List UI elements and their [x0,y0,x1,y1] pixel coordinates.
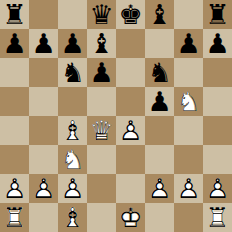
white-bishop-outline-glyph: ♗ [58,116,87,145]
white-pawn-fill-glyph: ♟ [58,174,87,203]
square-d1[interactable] [87,203,116,232]
square-c4[interactable]: ♝♗ [58,116,87,145]
white-pawn-b2: ♟♙ [29,174,58,203]
white-queen-outline-glyph: ♕ [87,116,116,145]
black-pawn-fill-glyph: ♟ [0,29,29,58]
black-pawn-fill-glyph: ♟ [29,29,58,58]
square-d7[interactable]: ♝ [87,29,116,58]
square-h5[interactable] [203,87,232,116]
square-g7[interactable]: ♟ [174,29,203,58]
square-g8[interactable] [174,0,203,29]
white-rook-h1: ♜♖ [203,203,232,232]
square-b1[interactable] [29,203,58,232]
white-pawn-outline-glyph: ♙ [116,116,145,145]
square-g3[interactable] [174,145,203,174]
square-d5[interactable] [87,87,116,116]
black-pawn-fill-glyph: ♟ [174,29,203,58]
square-b8[interactable] [29,0,58,29]
square-h8[interactable]: ♜ [203,0,232,29]
white-pawn-fill-glyph: ♟ [145,174,174,203]
black-queen-fill-glyph: ♛ [87,0,116,29]
square-e4[interactable]: ♟♙ [116,116,145,145]
square-g5[interactable]: ♞♘ [174,87,203,116]
square-b4[interactable] [29,116,58,145]
white-pawn-fill-glyph: ♟ [174,174,203,203]
square-f5[interactable]: ♟ [145,87,174,116]
black-pawn-fill-glyph: ♟ [87,58,116,87]
square-a1[interactable]: ♜♖ [0,203,29,232]
square-f1[interactable] [145,203,174,232]
square-a8[interactable]: ♜ [0,0,29,29]
black-pawn-fill-glyph: ♟ [203,29,232,58]
square-c1[interactable]: ♝♗ [58,203,87,232]
white-knight-fill-glyph: ♞ [58,145,87,174]
white-rook-fill-glyph: ♜ [203,203,232,232]
square-f3[interactable] [145,145,174,174]
white-pawn-outline-glyph: ♙ [174,174,203,203]
white-pawn-outline-glyph: ♙ [0,174,29,203]
black-pawn-b7: ♟ [29,29,58,58]
black-pawn-d6: ♟ [87,58,116,87]
white-pawn-h2: ♟♙ [203,174,232,203]
white-knight-g5: ♞♘ [174,87,203,116]
square-a7[interactable]: ♟ [0,29,29,58]
square-d2[interactable] [87,174,116,203]
black-pawn-g7: ♟ [174,29,203,58]
square-a5[interactable] [0,87,29,116]
black-rook-fill-glyph: ♜ [203,0,232,29]
square-d3[interactable] [87,145,116,174]
white-bishop-c4: ♝♗ [58,116,87,145]
square-d6[interactable]: ♟ [87,58,116,87]
black-knight-fill-glyph: ♞ [58,58,87,87]
white-pawn-outline-glyph: ♙ [29,174,58,203]
white-rook-a1: ♜♖ [0,203,29,232]
white-rook-outline-glyph: ♖ [0,203,29,232]
white-pawn-outline-glyph: ♙ [145,174,174,203]
white-queen-fill-glyph: ♛ [87,116,116,145]
square-e5[interactable] [116,87,145,116]
black-rook-h8: ♜ [203,0,232,29]
white-pawn-fill-glyph: ♟ [203,174,232,203]
black-bishop-d7: ♝ [87,29,116,58]
white-pawn-outline-glyph: ♙ [203,174,232,203]
white-pawn-c2: ♟♙ [58,174,87,203]
square-h7[interactable]: ♟ [203,29,232,58]
white-pawn-fill-glyph: ♟ [0,174,29,203]
square-b5[interactable] [29,87,58,116]
black-king-e8: ♚ [116,0,145,29]
black-rook-a8: ♜ [0,0,29,29]
black-knight-c6: ♞ [58,58,87,87]
white-king-outline-glyph: ♔ [116,203,145,232]
black-pawn-fill-glyph: ♟ [58,29,87,58]
square-e6[interactable] [116,58,145,87]
square-d8[interactable]: ♛ [87,0,116,29]
square-c5[interactable] [58,87,87,116]
black-knight-f6: ♞ [145,58,174,87]
black-knight-fill-glyph: ♞ [145,58,174,87]
square-h4[interactable] [203,116,232,145]
square-e2[interactable] [116,174,145,203]
square-b6[interactable] [29,58,58,87]
white-knight-fill-glyph: ♞ [174,87,203,116]
white-pawn-outline-glyph: ♙ [58,174,87,203]
white-king-e1: ♚♔ [116,203,145,232]
square-e7[interactable] [116,29,145,58]
white-king-fill-glyph: ♚ [116,203,145,232]
square-g6[interactable] [174,58,203,87]
square-e8[interactable]: ♚ [116,0,145,29]
white-rook-outline-glyph: ♖ [203,203,232,232]
black-king-fill-glyph: ♚ [116,0,145,29]
chess-board: ♜♛♚♝♜♟♟♟♝♟♟♞♟♞♟♞♘♝♗♛♕♟♙♞♘♟♙♟♙♟♙♟♙♟♙♟♙♜♖♝… [0,0,232,232]
white-bishop-fill-glyph: ♝ [58,203,87,232]
black-bishop-fill-glyph: ♝ [87,29,116,58]
square-b3[interactable] [29,145,58,174]
white-knight-outline-glyph: ♘ [58,145,87,174]
square-b2[interactable]: ♟♙ [29,174,58,203]
square-c6[interactable]: ♞ [58,58,87,87]
black-pawn-c7: ♟ [58,29,87,58]
white-pawn-fill-glyph: ♟ [29,174,58,203]
square-f2[interactable]: ♟♙ [145,174,174,203]
black-pawn-fill-glyph: ♟ [145,87,174,116]
square-h3[interactable] [203,145,232,174]
white-pawn-f2: ♟♙ [145,174,174,203]
square-e3[interactable] [116,145,145,174]
black-bishop-fill-glyph: ♝ [145,0,174,29]
white-queen-d4: ♛♕ [87,116,116,145]
square-g1[interactable] [174,203,203,232]
square-a4[interactable] [0,116,29,145]
white-pawn-g2: ♟♙ [174,174,203,203]
square-h1[interactable]: ♜♖ [203,203,232,232]
black-pawn-f5: ♟ [145,87,174,116]
white-knight-c3: ♞♘ [58,145,87,174]
square-a6[interactable] [0,58,29,87]
square-c3[interactable]: ♞♘ [58,145,87,174]
white-bishop-c1: ♝♗ [58,203,87,232]
white-bishop-fill-glyph: ♝ [58,116,87,145]
square-b7[interactable]: ♟ [29,29,58,58]
square-a2[interactable]: ♟♙ [0,174,29,203]
square-h2[interactable]: ♟♙ [203,174,232,203]
black-queen-d8: ♛ [87,0,116,29]
square-d4[interactable]: ♛♕ [87,116,116,145]
white-pawn-fill-glyph: ♟ [116,116,145,145]
black-bishop-f8: ♝ [145,0,174,29]
white-pawn-a2: ♟♙ [0,174,29,203]
square-g2[interactable]: ♟♙ [174,174,203,203]
square-a3[interactable] [0,145,29,174]
square-c8[interactable] [58,0,87,29]
white-pawn-e4: ♟♙ [116,116,145,145]
square-g4[interactable] [174,116,203,145]
square-f6[interactable]: ♞ [145,58,174,87]
black-pawn-h7: ♟ [203,29,232,58]
black-rook-fill-glyph: ♜ [0,0,29,29]
square-c2[interactable]: ♟♙ [58,174,87,203]
square-h6[interactable] [203,58,232,87]
square-f7[interactable] [145,29,174,58]
black-pawn-a7: ♟ [0,29,29,58]
square-f4[interactable] [145,116,174,145]
white-bishop-outline-glyph: ♗ [58,203,87,232]
white-rook-fill-glyph: ♜ [0,203,29,232]
square-c7[interactable]: ♟ [58,29,87,58]
square-e1[interactable]: ♚♔ [116,203,145,232]
white-knight-outline-glyph: ♘ [174,87,203,116]
square-f8[interactable]: ♝ [145,0,174,29]
